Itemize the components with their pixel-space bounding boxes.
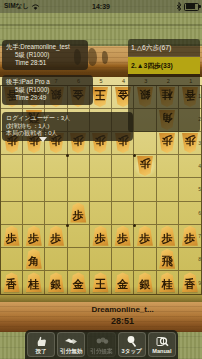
shogi-piece-sente[interactable]: 銀: [136, 272, 154, 292]
star-point: [66, 224, 69, 227]
clock-label: 14:39: [0, 3, 202, 10]
board-cell[interactable]: [45, 248, 67, 271]
board-cell[interactable]: 歩: [1, 225, 23, 248]
shogi-piece-gote[interactable]: 王: [91, 87, 109, 107]
rank-label: 9: [196, 272, 202, 295]
rank-label: 3: [196, 132, 202, 155]
board-cell[interactable]: 歩: [45, 225, 67, 248]
board-cell[interactable]: [157, 155, 179, 178]
board-cell[interactable]: 銀: [134, 271, 156, 294]
star-point: [133, 154, 136, 157]
shogi-piece-sente[interactable]: 金: [114, 272, 132, 292]
move-row[interactable]: 1.△6六歩(67): [128, 39, 200, 57]
board-cell[interactable]: 歩: [23, 225, 45, 248]
board-cell[interactable]: [1, 202, 23, 225]
board-cell[interactable]: 歩: [90, 225, 112, 248]
shogi-piece-sente[interactable]: 歩: [47, 226, 65, 246]
tatami-seam: [0, 24, 202, 26]
shogi-piece-sente[interactable]: 歩: [69, 203, 87, 223]
board-cell[interactable]: [90, 202, 112, 225]
board-cell[interactable]: [45, 155, 67, 178]
board-cell[interactable]: [157, 178, 179, 201]
move-list-panel[interactable]: 1.△6六歩(67) 2.▲3四歩(33): [128, 39, 200, 132]
board-cell[interactable]: [90, 178, 112, 201]
shogi-piece-sente[interactable]: 王: [91, 272, 109, 292]
shogi-piece-sente[interactable]: 歩: [114, 226, 132, 246]
board-cell[interactable]: 歩: [134, 225, 156, 248]
shogi-piece-gote[interactable]: 歩: [158, 133, 176, 153]
board-cell[interactable]: [112, 155, 134, 178]
star-point: [133, 224, 136, 227]
shogi-piece-sente[interactable]: 桂: [25, 272, 43, 292]
move-row-current[interactable]: 2.▲3四歩(33): [128, 57, 200, 74]
shogi-piece-sente[interactable]: 銀: [47, 272, 65, 292]
board-cell[interactable]: [1, 248, 23, 271]
lobby-users: ログインユーザー：3人: [6, 115, 129, 123]
battery-icon: [184, 3, 199, 11]
shogi-piece-sente[interactable]: 歩: [158, 226, 176, 246]
board-cell[interactable]: 金: [68, 271, 90, 294]
board-cell[interactable]: [157, 202, 179, 225]
shogi-piece-sente[interactable]: 金: [69, 272, 87, 292]
board-cell[interactable]: 金: [112, 271, 134, 294]
board-cell[interactable]: [68, 178, 90, 201]
status-bar: SIMなし 14:39: [0, 0, 202, 13]
shogi-piece-sente[interactable]: 歩: [136, 226, 154, 246]
coins-icon: [95, 335, 109, 348]
board-cell[interactable]: 香: [1, 271, 23, 294]
star-point: [66, 154, 69, 157]
shogi-piece-sente[interactable]: 角: [25, 249, 43, 269]
wood-calligraphy: [102, 51, 108, 64]
rank-label: 4: [196, 155, 202, 178]
board-cell[interactable]: 歩: [157, 132, 179, 155]
board-cell[interactable]: [68, 225, 90, 248]
board-cell[interactable]: 歩: [68, 202, 90, 225]
board-cell[interactable]: [1, 178, 23, 201]
shogi-piece-sente[interactable]: 歩: [3, 226, 21, 246]
board-cell[interactable]: [112, 248, 134, 271]
board-cell[interactable]: [90, 155, 112, 178]
panel-pointer-icon: [39, 137, 47, 142]
lobby-spectators: 本局の観戦者：0人: [6, 130, 129, 138]
board-cell[interactable]: 歩: [134, 155, 156, 178]
manual-button[interactable]: Manual: [148, 332, 176, 357]
gote-name: 後手:iPad Pro a: [6, 78, 89, 86]
wood-table-bottom: Dreamonline_t... 28:51: [0, 302, 202, 332]
board-cell[interactable]: 飛: [157, 248, 179, 271]
game-toolbar: 投了 引分無効 引分提案 3タップ: [25, 330, 178, 359]
board-cell[interactable]: 桂: [157, 271, 179, 294]
board-cell[interactable]: [112, 202, 134, 225]
board-cell[interactable]: 王: [90, 271, 112, 294]
bottom-player-clock: 28:51: [45, 315, 200, 327]
board-cell[interactable]: 歩: [157, 225, 179, 248]
rank-label: 7: [196, 225, 202, 248]
resign-hand-icon: [35, 335, 48, 348]
board-cell[interactable]: [23, 202, 45, 225]
board-cell[interactable]: [23, 155, 45, 178]
shogi-piece-sente[interactable]: 桂: [158, 272, 176, 292]
handshake-icon: [64, 335, 78, 348]
shogi-piece-sente[interactable]: 歩: [25, 226, 43, 246]
sente-rank: 5級 (R1000): [6, 51, 84, 59]
board-cell[interactable]: [134, 202, 156, 225]
gote-rank: 5級 (R1000): [6, 86, 89, 94]
board-cell[interactable]: [90, 248, 112, 271]
sente-player-panel: 先手:Dreamonline_test 5級 (R1000) Time 28:5…: [2, 40, 88, 70]
board-cell[interactable]: [134, 248, 156, 271]
file-label: 5: [90, 77, 112, 85]
tap-pin-icon: [125, 335, 138, 348]
board-cell[interactable]: [45, 178, 67, 201]
draw-offer-button: 引分提案: [87, 332, 115, 357]
draw-invalid-button[interactable]: 引分無効: [57, 332, 85, 357]
board-cell[interactable]: 銀: [45, 271, 67, 294]
sente-name: 先手:Dreamonline_test: [6, 43, 84, 51]
board-cell[interactable]: [45, 202, 67, 225]
shogi-piece-sente[interactable]: 飛: [158, 249, 176, 269]
resign-button[interactable]: 投了: [27, 332, 55, 357]
rank-label: 8: [196, 248, 202, 271]
three-tap-button[interactable]: 3タップ: [118, 332, 146, 357]
sente-time: Time 28:51: [6, 59, 84, 67]
rank-label: 5: [196, 178, 202, 201]
board-cell[interactable]: 桂: [23, 271, 45, 294]
app-screen: SIMなし 14:39 987654321 香桂銀金王金銀桂香飛角歩歩歩歩歩歩歩…: [0, 0, 202, 359]
gote-time: Time 29:49: [6, 94, 89, 102]
shogi-piece-gote[interactable]: 歩: [136, 156, 154, 176]
board-cell[interactable]: 王: [90, 86, 112, 109]
bluetooth-icon: [176, 2, 182, 11]
board-cell[interactable]: [134, 132, 156, 155]
rank-label: 6: [196, 202, 202, 225]
gote-player-panel: 後手:iPad Pro a 5級 (R1000) Time 29:49: [2, 75, 93, 105]
lobby-info-panel: ログインユーザー：3人 (対戦待ち：1人) 本局の観戦者：0人: [2, 112, 133, 141]
board-cell[interactable]: [23, 178, 45, 201]
board-cell[interactable]: [68, 248, 90, 271]
wood-calligraphy: [88, 48, 97, 66]
board-cell[interactable]: [134, 178, 156, 201]
board-cell[interactable]: [1, 155, 23, 178]
board-cell[interactable]: 角: [23, 248, 45, 271]
shogi-piece-sente[interactable]: 香: [3, 272, 21, 292]
shogi-piece-sente[interactable]: 歩: [91, 226, 109, 246]
board-cell[interactable]: 歩: [112, 225, 134, 248]
bottom-player-name: Dreamonline_t...: [45, 304, 200, 315]
board-cell[interactable]: [112, 178, 134, 201]
magnifier-icon: [155, 335, 169, 348]
board-cell[interactable]: [68, 155, 90, 178]
